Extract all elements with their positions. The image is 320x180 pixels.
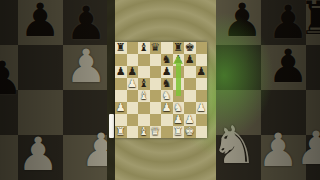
- bg-black-p-piece: ♟: [221, 0, 262, 43]
- square-g1[interactable]: ♚: [184, 126, 196, 138]
- white-r-piece: ♜: [115, 126, 127, 138]
- square-d7[interactable]: [150, 54, 162, 66]
- square-e2[interactable]: [161, 114, 173, 126]
- bg-white-p-piece: ♟: [65, 43, 106, 89]
- black-q-piece: ♛: [150, 42, 162, 54]
- background-square: [0, 0, 18, 45]
- square-a5[interactable]: [115, 78, 127, 90]
- square-c7[interactable]: [138, 54, 150, 66]
- bg-black-p-piece: ♟: [267, 43, 308, 89]
- board-left-gutter: [107, 0, 115, 180]
- square-b4[interactable]: [127, 90, 139, 102]
- square-g7[interactable]: ♟: [184, 54, 196, 66]
- square-a8[interactable]: ♜: [115, 42, 127, 54]
- bg-black-p-piece: ♟: [19, 0, 60, 43]
- square-b2[interactable]: [127, 114, 139, 126]
- square-e1[interactable]: [161, 126, 173, 138]
- eval-bar: [109, 114, 114, 138]
- square-g6[interactable]: [184, 66, 196, 78]
- white-p-piece: ♟: [115, 102, 127, 114]
- black-b-piece: ♝: [138, 42, 150, 54]
- square-a6[interactable]: ♟: [115, 66, 127, 78]
- square-h6[interactable]: ♟: [196, 66, 208, 78]
- white-p-piece: ♟: [127, 78, 139, 90]
- background-right-panel: ♟♟♜♟♞♟♟: [216, 0, 320, 180]
- black-r-piece: ♜: [115, 42, 127, 54]
- video-frame: ♟♟♟♟♟♟ ♟♟♜♟♞♟♟ ♜♝♛♜♚♞♟♟♟♟♟♟♟♝♞♝♞♟♟♞♟♟♟♜♝…: [0, 0, 320, 180]
- white-k-piece: ♚: [184, 126, 196, 138]
- square-c1[interactable]: ♝: [138, 126, 150, 138]
- square-d5[interactable]: [150, 78, 162, 90]
- square-d3[interactable]: [150, 102, 162, 114]
- chess-board[interactable]: ♜♝♛♜♚♞♟♟♟♟♟♟♟♝♞♝♞♟♟♞♟♟♟♜♝♛♜♚: [115, 42, 207, 138]
- bg-black-r-piece: ♜: [298, 0, 320, 41]
- bg-white-p-piece: ♟: [295, 125, 320, 171]
- black-p-piece: ♟: [196, 66, 208, 78]
- square-c8[interactable]: ♝: [138, 42, 150, 54]
- video-center-column: ♜♝♛♜♚♞♟♟♟♟♟♟♟♝♞♝♞♟♟♞♟♟♟♜♝♛♜♚: [107, 0, 216, 180]
- square-b8[interactable]: [127, 42, 139, 54]
- bg-white-p-piece: ♟: [257, 127, 298, 173]
- white-p-piece: ♟: [161, 102, 173, 114]
- square-h8[interactable]: [196, 42, 208, 54]
- white-r-piece: ♜: [173, 126, 185, 138]
- white-p-piece: ♟: [196, 102, 208, 114]
- square-h5[interactable]: [196, 78, 208, 90]
- square-c3[interactable]: [138, 102, 150, 114]
- square-b5[interactable]: ♟: [127, 78, 139, 90]
- bg-white-p-piece: ♟: [17, 131, 58, 177]
- black-p-piece: ♟: [115, 66, 127, 78]
- square-e3[interactable]: ♟: [161, 102, 173, 114]
- black-p-piece: ♟: [184, 54, 196, 66]
- move-arrow-head: [173, 55, 183, 64]
- square-d6[interactable]: [150, 66, 162, 78]
- square-g4[interactable]: [184, 90, 196, 102]
- square-d1[interactable]: ♛: [150, 126, 162, 138]
- square-a3[interactable]: ♟: [115, 102, 127, 114]
- bg-white-p-piece: ♟: [80, 127, 107, 173]
- background-left-panel: ♟♟♟♟♟♟: [0, 0, 107, 180]
- square-f1[interactable]: ♜: [173, 126, 185, 138]
- square-c4[interactable]: ♝: [138, 90, 150, 102]
- white-b-piece: ♝: [138, 126, 150, 138]
- white-b-piece: ♝: [138, 90, 150, 102]
- square-b1[interactable]: [127, 126, 139, 138]
- background-square: [18, 45, 63, 90]
- square-g5[interactable]: [184, 78, 196, 90]
- square-a1[interactable]: ♜: [115, 126, 127, 138]
- square-b3[interactable]: [127, 102, 139, 114]
- square-h3[interactable]: ♟: [196, 102, 208, 114]
- move-arrow-shaft: [176, 64, 181, 96]
- bg-black-p-piece: ♟: [0, 55, 23, 101]
- square-d8[interactable]: ♛: [150, 42, 162, 54]
- background-square: [0, 135, 18, 180]
- square-h2[interactable]: [196, 114, 208, 126]
- square-d4[interactable]: [150, 90, 162, 102]
- background-square: [216, 45, 261, 90]
- square-h1[interactable]: [196, 126, 208, 138]
- white-q-piece: ♛: [150, 126, 162, 138]
- bg-white-n-piece: ♞: [216, 119, 257, 171]
